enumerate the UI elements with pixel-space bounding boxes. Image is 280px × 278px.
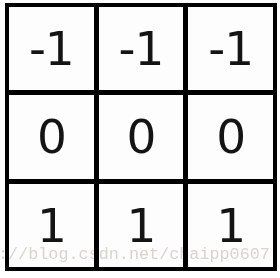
grid-cell: 1 — [99, 184, 184, 267]
cell-value: -1 — [29, 25, 74, 72]
cell-value: 0 — [37, 113, 66, 160]
cell-value: 1 — [127, 202, 156, 249]
grid-cell: 0 — [99, 95, 184, 178]
grid-cell: -1 — [188, 7, 273, 90]
grid-cell: -1 — [9, 7, 94, 90]
grid-cell: -1 — [99, 7, 184, 90]
cell-value: 1 — [216, 202, 245, 249]
cell-value: -1 — [208, 25, 253, 72]
cell-value: -1 — [119, 25, 164, 72]
grid-cell: 1 — [188, 184, 273, 267]
grid-cell: 1 — [9, 184, 94, 267]
cell-value: 0 — [127, 113, 156, 160]
grid-cell: 0 — [9, 95, 94, 178]
grid-board: -1-1-1000111 — [5, 3, 277, 271]
cell-value: 1 — [37, 202, 66, 249]
grid-cell: 0 — [188, 95, 273, 178]
cell-value: 0 — [216, 113, 245, 160]
